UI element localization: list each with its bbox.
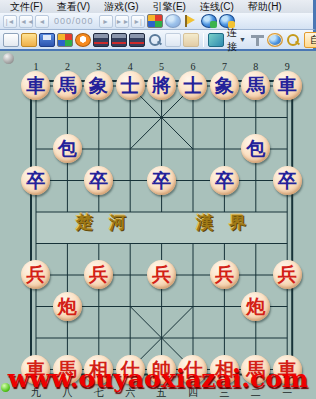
black-piece-象[interactable]: 象: [84, 71, 113, 100]
board-cell: 將: [146, 70, 177, 102]
watermark-text: www.ouyaoxiazai.com: [0, 364, 316, 393]
board-cell: 兵: [83, 259, 114, 291]
black-piece-包[interactable]: 包: [241, 134, 270, 163]
black-piece-士[interactable]: 士: [178, 71, 207, 100]
piece-character: 卒: [89, 171, 108, 190]
piece-character: 卒: [278, 171, 297, 190]
menu-bar: 文件(F) 查看(V) 游戏(G) 引擎(E) 连线(C) 帮助(H): [0, 0, 316, 13]
move-counter: 000/000: [54, 16, 94, 26]
stop-icon[interactable]: [165, 14, 181, 28]
search-icon[interactable]: [285, 33, 301, 47]
clock-icon[interactable]: [75, 33, 91, 47]
board-cell: 炮: [51, 291, 82, 323]
menu-help[interactable]: 帮助(H): [241, 0, 289, 13]
menu-engine[interactable]: 引擎(E): [146, 0, 193, 13]
web-download-icon[interactable]: [219, 14, 235, 28]
menu-view[interactable]: 查看(V): [50, 0, 97, 13]
connect-dropdown[interactable]: 连接 ▼: [225, 25, 248, 55]
board-cell: 卒: [83, 165, 114, 197]
piece-character: 將: [152, 76, 171, 95]
board-cell: 象: [209, 70, 240, 102]
board-cell: 卒: [272, 165, 303, 197]
black-piece-象[interactable]: 象: [210, 71, 239, 100]
piece-character: 兵: [215, 265, 234, 284]
engine-match-icon[interactable]: [147, 14, 163, 28]
last-move-button[interactable]: ►|: [131, 15, 145, 28]
board-cell: 象: [83, 70, 114, 102]
piece-character: 炮: [58, 297, 77, 316]
board-cell: 卒: [146, 165, 177, 197]
board-cell: 炮: [240, 291, 271, 323]
disabled-icon-2: [183, 33, 199, 47]
black-piece-馬[interactable]: 馬: [241, 71, 270, 100]
playback-toolbar: |◄ ◄◄ ◄ 000/000 ► ►► ►|: [0, 13, 316, 30]
board-cell: 卒: [20, 165, 51, 197]
connect-label: 连接: [227, 26, 237, 54]
piece-character: 卒: [152, 171, 171, 190]
black-piece-車[interactable]: 車: [21, 71, 50, 100]
new-file-icon[interactable]: [3, 33, 19, 47]
open-folder-icon[interactable]: [21, 33, 37, 47]
menu-online[interactable]: 连线(C): [193, 0, 241, 13]
flag-icon[interactable]: [183, 14, 199, 28]
piece-character: 車: [26, 76, 45, 95]
board-cell: 包: [240, 133, 271, 165]
red-piece-兵[interactable]: 兵: [147, 260, 176, 289]
red-piece-兵[interactable]: 兵: [210, 260, 239, 289]
piece-character: 兵: [278, 265, 297, 284]
connect-icon[interactable]: [208, 33, 224, 47]
piece-character: 卒: [26, 171, 45, 190]
black-piece-包[interactable]: 包: [53, 134, 82, 163]
black-piece-車[interactable]: 車: [273, 71, 302, 100]
board-cell: 士: [177, 70, 208, 102]
prev-move-button[interactable]: ◄: [35, 15, 49, 28]
piece-character: 士: [121, 76, 140, 95]
piece-character: 車: [278, 76, 297, 95]
web-upload-icon[interactable]: [201, 14, 217, 28]
red-piece-炮[interactable]: 炮: [53, 292, 82, 321]
red-piece-兵[interactable]: 兵: [84, 260, 113, 289]
piece-character: 象: [89, 76, 108, 95]
board-cell: 馬: [51, 70, 82, 102]
red-piece-兵[interactable]: 兵: [21, 260, 50, 289]
black-piece-卒[interactable]: 卒: [210, 166, 239, 195]
piece-character: 包: [58, 139, 77, 158]
board-view-icon-2[interactable]: [111, 33, 127, 47]
toolbar-separator: [203, 33, 204, 47]
antenna-icon[interactable]: [249, 33, 265, 47]
next-move-button[interactable]: ►: [99, 15, 113, 28]
piece-character: 馬: [246, 76, 265, 95]
board-cell: 車: [272, 70, 303, 102]
chevron-down-icon: ▼: [239, 36, 246, 43]
piece-character: 炮: [246, 297, 265, 316]
piece-character: 馬: [58, 76, 77, 95]
black-piece-卒[interactable]: 卒: [147, 166, 176, 195]
board-cell: 士: [114, 70, 145, 102]
piece-character: 士: [183, 76, 202, 95]
xiangqi-app-window: 文件(F) 查看(V) 游戏(G) 引擎(E) 连线(C) 帮助(H) |◄ ◄…: [0, 0, 316, 399]
black-piece-卒[interactable]: 卒: [84, 166, 113, 195]
piece-character: 卒: [215, 171, 234, 190]
board-cell: 馬: [240, 70, 271, 102]
board-cell: 兵: [209, 259, 240, 291]
piece-character: 兵: [89, 265, 108, 284]
black-piece-士[interactable]: 士: [116, 71, 145, 100]
black-piece-將[interactable]: 將: [147, 71, 176, 100]
zoom-icon[interactable]: [147, 33, 163, 47]
menu-file[interactable]: 文件(F): [3, 0, 50, 13]
black-piece-馬[interactable]: 馬: [53, 71, 82, 100]
board-view-icon-3[interactable]: [129, 33, 145, 47]
xiangqi-board: 123456789 九八七六五四三二一 楚河 漢界 車馬象士將士象馬車包包卒卒卒…: [0, 52, 316, 399]
piece-character: 兵: [26, 265, 45, 284]
piece-character: 兵: [152, 265, 171, 284]
first-move-button[interactable]: |◄: [3, 15, 17, 28]
piece-character: 包: [246, 139, 265, 158]
menu-game[interactable]: 游戏(G): [97, 0, 145, 13]
rewind-button[interactable]: ◄◄: [19, 15, 33, 28]
board-cell: 卒: [209, 165, 240, 197]
red-piece-炮[interactable]: 炮: [241, 292, 270, 321]
board-cell: 包: [51, 133, 82, 165]
board-cell: 兵: [272, 259, 303, 291]
piece-character: 象: [215, 76, 234, 95]
black-piece-卒[interactable]: 卒: [273, 166, 302, 195]
board-cell: 車: [20, 70, 51, 102]
forward-button[interactable]: ►►: [115, 15, 129, 28]
save-icon[interactable]: [39, 33, 55, 47]
disabled-icon-1: [165, 33, 181, 47]
engine-settings-icon[interactable]: [57, 33, 73, 47]
black-piece-卒[interactable]: 卒: [21, 166, 50, 195]
board-cell: 兵: [146, 259, 177, 291]
main-toolbar: 连接 ▼ 自动刷新: [0, 30, 316, 51]
board-view-icon-1[interactable]: [93, 33, 109, 47]
online-board-icon[interactable]: [267, 33, 283, 47]
auto-refresh-button[interactable]: 自动刷新: [304, 32, 316, 48]
red-piece-兵[interactable]: 兵: [273, 260, 302, 289]
board-cell: 兵: [20, 259, 51, 291]
piece-grid[interactable]: 車馬象士將士象馬車包包卒卒卒卒卒兵兵兵兵兵炮炮車馬相仕帥仕相馬車: [20, 70, 303, 385]
